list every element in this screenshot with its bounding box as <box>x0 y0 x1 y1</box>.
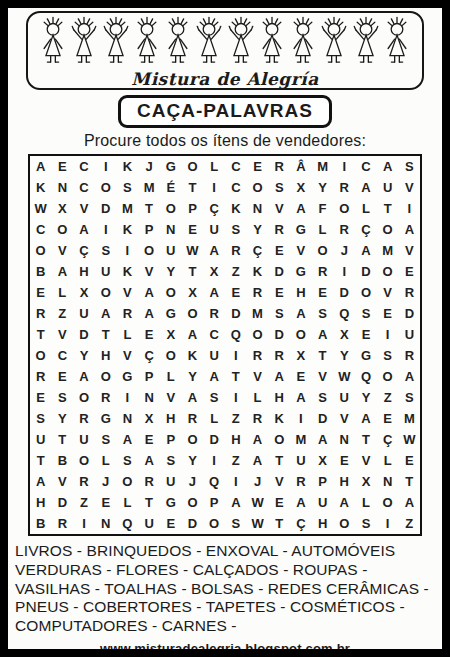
cell-r8c17[interactable]: E <box>377 303 399 324</box>
cell-r8c12[interactable]: S <box>268 303 290 324</box>
cell-r10c6[interactable]: Ç <box>138 345 160 366</box>
cell-r7c3[interactable]: X <box>73 282 95 303</box>
cell-r6c15[interactable]: I <box>333 261 355 282</box>
cell-r18c9[interactable]: O <box>203 513 225 534</box>
cell-r7c1[interactable]: E <box>30 282 52 303</box>
cell-r13c8[interactable]: R <box>182 408 204 429</box>
cell-r13c6[interactable]: X <box>138 408 160 429</box>
cell-r8c18[interactable]: D <box>399 303 421 324</box>
cell-r18c17[interactable]: I <box>377 513 399 534</box>
letter-grid[interactable]: AECIKJGOLCERÂMICASKNCOSMÉTICOSXYRAUVWXVD… <box>28 154 422 536</box>
cell-r15c5[interactable]: S <box>117 450 139 471</box>
cell-r3c17[interactable]: T <box>377 198 399 219</box>
cell-r11c11[interactable]: V <box>247 366 269 387</box>
cell-r2c5[interactable]: S <box>117 177 139 198</box>
cell-r15c11[interactable]: A <box>247 450 269 471</box>
cell-r15c2[interactable]: B <box>52 450 74 471</box>
cell-r2c1[interactable]: K <box>30 177 52 198</box>
cell-r16c18[interactable]: T <box>399 471 421 492</box>
cell-r4c3[interactable]: A <box>73 219 95 240</box>
cell-r7c18[interactable]: R <box>399 282 421 303</box>
cell-r8c13[interactable]: A <box>290 303 312 324</box>
cell-r7c16[interactable]: O <box>355 282 377 303</box>
cell-r16c10[interactable]: I <box>225 471 247 492</box>
cell-r2c11[interactable]: O <box>247 177 269 198</box>
cell-r15c17[interactable]: L <box>377 450 399 471</box>
cell-r2c7[interactable]: É <box>160 177 182 198</box>
cell-r17c17[interactable]: O <box>377 492 399 513</box>
cell-r10c2[interactable]: C <box>52 345 74 366</box>
cell-r3c4[interactable]: D <box>95 198 117 219</box>
cell-r3c8[interactable]: P <box>182 198 204 219</box>
cell-r12c9[interactable]: S <box>203 387 225 408</box>
cell-r8c8[interactable]: O <box>182 303 204 324</box>
cell-r9c3[interactable]: D <box>73 324 95 345</box>
cell-r6c8[interactable]: T <box>182 261 204 282</box>
cell-r5c9[interactable]: A <box>203 240 225 261</box>
cell-r5c16[interactable]: A <box>355 240 377 261</box>
cell-r11c5[interactable]: G <box>117 366 139 387</box>
cell-r11c7[interactable]: L <box>160 366 182 387</box>
cell-r17c1[interactable]: H <box>30 492 52 513</box>
cell-r8c14[interactable]: S <box>312 303 334 324</box>
cell-r9c13[interactable]: O <box>290 324 312 345</box>
cell-r2c3[interactable]: C <box>73 177 95 198</box>
cell-r18c8[interactable]: D <box>182 513 204 534</box>
cell-r16c8[interactable]: J <box>182 471 204 492</box>
cell-r12c1[interactable]: E <box>30 387 52 408</box>
cell-r12c2[interactable]: S <box>52 387 74 408</box>
cell-r4c12[interactable]: R <box>268 219 290 240</box>
cell-r13c1[interactable]: S <box>30 408 52 429</box>
cell-r2c16[interactable]: A <box>355 177 377 198</box>
cell-r17c11[interactable]: W <box>247 492 269 513</box>
cell-r13c16[interactable]: A <box>355 408 377 429</box>
cell-r13c17[interactable]: E <box>377 408 399 429</box>
cell-r4c2[interactable]: O <box>52 219 74 240</box>
cell-r3c13[interactable]: A <box>290 198 312 219</box>
cell-r18c12[interactable]: T <box>268 513 290 534</box>
cell-r6c11[interactable]: K <box>247 261 269 282</box>
cell-r2c2[interactable]: N <box>52 177 74 198</box>
cell-r16c16[interactable]: X <box>355 471 377 492</box>
cell-r2c8[interactable]: T <box>182 177 204 198</box>
cell-r18c6[interactable]: U <box>138 513 160 534</box>
cell-r14c18[interactable]: W <box>399 429 421 450</box>
cell-r3c12[interactable]: V <box>268 198 290 219</box>
cell-r8c7[interactable]: G <box>160 303 182 324</box>
cell-r4c6[interactable]: P <box>138 219 160 240</box>
cell-r11c13[interactable]: E <box>290 366 312 387</box>
cell-r13c3[interactable]: R <box>73 408 95 429</box>
cell-r3c5[interactable]: M <box>117 198 139 219</box>
cell-r6c7[interactable]: Y <box>160 261 182 282</box>
cell-r11c15[interactable]: W <box>333 366 355 387</box>
cell-r4c7[interactable]: N <box>160 219 182 240</box>
cell-r15c12[interactable]: T <box>268 450 290 471</box>
cell-r3c18[interactable]: I <box>399 198 421 219</box>
cell-r9c5[interactable]: L <box>117 324 139 345</box>
cell-r17c6[interactable]: T <box>138 492 160 513</box>
cell-r7c4[interactable]: O <box>95 282 117 303</box>
cell-r12c4[interactable]: R <box>95 387 117 408</box>
cell-r11c4[interactable]: O <box>95 366 117 387</box>
cell-r14c16[interactable]: T <box>355 429 377 450</box>
cell-r17c4[interactable]: E <box>95 492 117 513</box>
cell-r16c9[interactable]: Q <box>203 471 225 492</box>
cell-r5c6[interactable]: O <box>138 240 160 261</box>
cell-r2c4[interactable]: O <box>95 177 117 198</box>
cell-r18c13[interactable]: Ç <box>290 513 312 534</box>
cell-r1c1[interactable]: A <box>30 156 52 177</box>
cell-r1c10[interactable]: C <box>225 156 247 177</box>
cell-r1c16[interactable]: C <box>355 156 377 177</box>
cell-r1c11[interactable]: E <box>247 156 269 177</box>
cell-r5c10[interactable]: R <box>225 240 247 261</box>
cell-r15c13[interactable]: U <box>290 450 312 471</box>
cell-r17c8[interactable]: O <box>182 492 204 513</box>
cell-r8c16[interactable]: S <box>355 303 377 324</box>
cell-r13c2[interactable]: Y <box>52 408 74 429</box>
cell-r18c16[interactable]: S <box>355 513 377 534</box>
cell-r14c2[interactable]: T <box>52 429 74 450</box>
cell-r14c9[interactable]: D <box>203 429 225 450</box>
cell-r9c4[interactable]: T <box>95 324 117 345</box>
cell-r18c14[interactable]: H <box>312 513 334 534</box>
cell-r1c12[interactable]: R <box>268 156 290 177</box>
cell-r11c9[interactable]: A <box>203 366 225 387</box>
cell-r10c15[interactable]: Y <box>333 345 355 366</box>
cell-r9c2[interactable]: V <box>52 324 74 345</box>
cell-r9c9[interactable]: C <box>203 324 225 345</box>
cell-r10c11[interactable]: R <box>247 345 269 366</box>
cell-r15c8[interactable]: Y <box>182 450 204 471</box>
cell-r14c10[interactable]: H <box>225 429 247 450</box>
cell-r17c3[interactable]: Z <box>73 492 95 513</box>
cell-r9c15[interactable]: X <box>333 324 355 345</box>
cell-r12c12[interactable]: H <box>268 387 290 408</box>
cell-r1c9[interactable]: L <box>203 156 225 177</box>
cell-r3c15[interactable]: O <box>333 198 355 219</box>
cell-r12c16[interactable]: Y <box>355 387 377 408</box>
cell-r4c15[interactable]: R <box>333 219 355 240</box>
cell-r16c17[interactable]: N <box>377 471 399 492</box>
cell-r11c6[interactable]: P <box>138 366 160 387</box>
cell-r14c7[interactable]: P <box>160 429 182 450</box>
cell-r9c10[interactable]: Q <box>225 324 247 345</box>
cell-r5c2[interactable]: V <box>52 240 74 261</box>
cell-r9c6[interactable]: E <box>138 324 160 345</box>
cell-r3c10[interactable]: K <box>225 198 247 219</box>
cell-r18c5[interactable]: Q <box>117 513 139 534</box>
cell-r2c9[interactable]: I <box>203 177 225 198</box>
cell-r3c14[interactable]: F <box>312 198 334 219</box>
cell-r9c12[interactable]: D <box>268 324 290 345</box>
cell-r18c18[interactable]: Z <box>399 513 421 534</box>
cell-r2c14[interactable]: Y <box>312 177 334 198</box>
cell-r7c17[interactable]: V <box>377 282 399 303</box>
cell-r6c3[interactable]: H <box>73 261 95 282</box>
cell-r10c17[interactable]: S <box>377 345 399 366</box>
cell-r1c7[interactable]: G <box>160 156 182 177</box>
cell-r8c2[interactable]: Z <box>52 303 74 324</box>
cell-r10c18[interactable]: R <box>399 345 421 366</box>
cell-r7c5[interactable]: V <box>117 282 139 303</box>
cell-r14c15[interactable]: N <box>333 429 355 450</box>
cell-r2c15[interactable]: R <box>333 177 355 198</box>
cell-r9c8[interactable]: A <box>182 324 204 345</box>
cell-r10c16[interactable]: G <box>355 345 377 366</box>
cell-r13c7[interactable]: H <box>160 408 182 429</box>
cell-r1c15[interactable]: I <box>333 156 355 177</box>
cell-r12c10[interactable]: I <box>225 387 247 408</box>
cell-r15c6[interactable]: A <box>138 450 160 471</box>
cell-r1c13[interactable]: Â <box>290 156 312 177</box>
cell-r12c17[interactable]: Z <box>377 387 399 408</box>
cell-r8c3[interactable]: U <box>73 303 95 324</box>
cell-r7c14[interactable]: E <box>312 282 334 303</box>
cell-r17c7[interactable]: G <box>160 492 182 513</box>
cell-r1c14[interactable]: M <box>312 156 334 177</box>
cell-r6c2[interactable]: A <box>52 261 74 282</box>
cell-r3c3[interactable]: V <box>73 198 95 219</box>
cell-r13c14[interactable]: D <box>312 408 334 429</box>
cell-r16c6[interactable]: R <box>138 471 160 492</box>
cell-r11c12[interactable]: A <box>268 366 290 387</box>
cell-r5c18[interactable]: V <box>399 240 421 261</box>
cell-r3c16[interactable]: L <box>355 198 377 219</box>
cell-r16c7[interactable]: U <box>160 471 182 492</box>
cell-r17c15[interactable]: A <box>333 492 355 513</box>
cell-r15c4[interactable]: L <box>95 450 117 471</box>
cell-r18c2[interactable]: R <box>52 513 74 534</box>
cell-r6c4[interactable]: U <box>95 261 117 282</box>
cell-r8c6[interactable]: A <box>138 303 160 324</box>
cell-r12c15[interactable]: U <box>333 387 355 408</box>
cell-r5c13[interactable]: V <box>290 240 312 261</box>
cell-r16c4[interactable]: J <box>95 471 117 492</box>
cell-r14c11[interactable]: A <box>247 429 269 450</box>
cell-r12c8[interactable]: A <box>182 387 204 408</box>
cell-r9c7[interactable]: X <box>160 324 182 345</box>
cell-r15c10[interactable]: Z <box>225 450 247 471</box>
cell-r3c9[interactable]: Ç <box>203 198 225 219</box>
cell-r14c17[interactable]: Ç <box>377 429 399 450</box>
cell-r11c3[interactable]: A <box>73 366 95 387</box>
cell-r17c12[interactable]: E <box>268 492 290 513</box>
cell-r12c18[interactable]: S <box>399 387 421 408</box>
cell-r4c11[interactable]: Y <box>247 219 269 240</box>
cell-r10c14[interactable]: T <box>312 345 334 366</box>
cell-r16c2[interactable]: V <box>52 471 74 492</box>
cell-r15c16[interactable]: V <box>355 450 377 471</box>
cell-r3c11[interactable]: N <box>247 198 269 219</box>
cell-r5c7[interactable]: U <box>160 240 182 261</box>
cell-r8c9[interactable]: R <box>203 303 225 324</box>
cell-r10c8[interactable]: K <box>182 345 204 366</box>
cell-r15c9[interactable]: I <box>203 450 225 471</box>
cell-r12c3[interactable]: O <box>73 387 95 408</box>
cell-r7c10[interactable]: E <box>225 282 247 303</box>
cell-r11c14[interactable]: V <box>312 366 334 387</box>
cell-r5c15[interactable]: J <box>333 240 355 261</box>
cell-r14c5[interactable]: A <box>117 429 139 450</box>
cell-r8c4[interactable]: A <box>95 303 117 324</box>
cell-r6c9[interactable]: X <box>203 261 225 282</box>
cell-r17c5[interactable]: L <box>117 492 139 513</box>
cell-r17c14[interactable]: U <box>312 492 334 513</box>
cell-r5c4[interactable]: S <box>95 240 117 261</box>
cell-r9c16[interactable]: E <box>355 324 377 345</box>
cell-r7c13[interactable]: H <box>290 282 312 303</box>
cell-r6c5[interactable]: K <box>117 261 139 282</box>
cell-r18c4[interactable]: N <box>95 513 117 534</box>
cell-r18c7[interactable]: E <box>160 513 182 534</box>
cell-r16c3[interactable]: R <box>73 471 95 492</box>
cell-r14c14[interactable]: A <box>312 429 334 450</box>
cell-r3c1[interactable]: W <box>30 198 52 219</box>
cell-r4c5[interactable]: K <box>117 219 139 240</box>
cell-r5c8[interactable]: W <box>182 240 204 261</box>
cell-r9c1[interactable]: T <box>30 324 52 345</box>
cell-r8c1[interactable]: R <box>30 303 52 324</box>
cell-r7c9[interactable]: A <box>203 282 225 303</box>
cell-r6c12[interactable]: D <box>268 261 290 282</box>
cell-r13c5[interactable]: N <box>117 408 139 429</box>
cell-r18c1[interactable]: B <box>30 513 52 534</box>
cell-r18c3[interactable]: I <box>73 513 95 534</box>
cell-r14c3[interactable]: U <box>73 429 95 450</box>
cell-r7c7[interactable]: O <box>160 282 182 303</box>
cell-r1c3[interactable]: C <box>73 156 95 177</box>
cell-r14c4[interactable]: S <box>95 429 117 450</box>
cell-r8c15[interactable]: Q <box>333 303 355 324</box>
cell-r13c18[interactable]: M <box>399 408 421 429</box>
cell-r5c3[interactable]: Ç <box>73 240 95 261</box>
cell-r14c12[interactable]: O <box>268 429 290 450</box>
cell-r1c2[interactable]: E <box>52 156 74 177</box>
cell-r6c13[interactable]: G <box>290 261 312 282</box>
cell-r15c15[interactable]: E <box>333 450 355 471</box>
cell-r7c12[interactable]: E <box>268 282 290 303</box>
cell-r10c7[interactable]: O <box>160 345 182 366</box>
cell-r2c6[interactable]: M <box>138 177 160 198</box>
cell-r8c5[interactable]: R <box>117 303 139 324</box>
cell-r13c4[interactable]: G <box>95 408 117 429</box>
cell-r13c13[interactable]: I <box>290 408 312 429</box>
cell-r6c6[interactable]: V <box>138 261 160 282</box>
cell-r10c12[interactable]: R <box>268 345 290 366</box>
cell-r10c1[interactable]: O <box>30 345 52 366</box>
cell-r2c17[interactable]: U <box>377 177 399 198</box>
cell-r17c18[interactable]: A <box>399 492 421 513</box>
cell-r15c14[interactable]: X <box>312 450 334 471</box>
cell-r2c10[interactable]: C <box>225 177 247 198</box>
cell-r5c1[interactable]: O <box>30 240 52 261</box>
cell-r10c5[interactable]: V <box>117 345 139 366</box>
cell-r15c3[interactable]: O <box>73 450 95 471</box>
cell-r8c10[interactable]: D <box>225 303 247 324</box>
cell-r15c18[interactable]: E <box>399 450 421 471</box>
cell-r7c6[interactable]: A <box>138 282 160 303</box>
cell-r9c14[interactable]: A <box>312 324 334 345</box>
cell-r6c18[interactable]: E <box>399 261 421 282</box>
cell-r2c13[interactable]: X <box>290 177 312 198</box>
cell-r4c18[interactable]: A <box>399 219 421 240</box>
cell-r11c2[interactable]: E <box>52 366 74 387</box>
cell-r2c12[interactable]: S <box>268 177 290 198</box>
cell-r12c11[interactable]: L <box>247 387 269 408</box>
cell-r10c10[interactable]: I <box>225 345 247 366</box>
cell-r6c10[interactable]: Z <box>225 261 247 282</box>
cell-r4c8[interactable]: E <box>182 219 204 240</box>
cell-r11c17[interactable]: O <box>377 366 399 387</box>
cell-r6c1[interactable]: B <box>30 261 52 282</box>
cell-r13c11[interactable]: R <box>247 408 269 429</box>
cell-r4c4[interactable]: I <box>95 219 117 240</box>
cell-r18c11[interactable]: W <box>247 513 269 534</box>
cell-r12c14[interactable]: S <box>312 387 334 408</box>
cell-r10c4[interactable]: H <box>95 345 117 366</box>
cell-r12c6[interactable]: N <box>138 387 160 408</box>
cell-r6c16[interactable]: D <box>355 261 377 282</box>
cell-r4c16[interactable]: Ç <box>355 219 377 240</box>
cell-r7c8[interactable]: X <box>182 282 204 303</box>
cell-r6c17[interactable]: O <box>377 261 399 282</box>
cell-r1c18[interactable]: S <box>399 156 421 177</box>
cell-r11c10[interactable]: T <box>225 366 247 387</box>
cell-r1c4[interactable]: I <box>95 156 117 177</box>
cell-r11c1[interactable]: R <box>30 366 52 387</box>
cell-r15c1[interactable]: T <box>30 450 52 471</box>
cell-r16c12[interactable]: V <box>268 471 290 492</box>
cell-r8c11[interactable]: M <box>247 303 269 324</box>
cell-r16c14[interactable]: P <box>312 471 334 492</box>
cell-r4c1[interactable]: C <box>30 219 52 240</box>
cell-r4c17[interactable]: O <box>377 219 399 240</box>
cell-r13c15[interactable]: V <box>333 408 355 429</box>
cell-r4c9[interactable]: U <box>203 219 225 240</box>
cell-r18c10[interactable]: S <box>225 513 247 534</box>
cell-r12c5[interactable]: I <box>117 387 139 408</box>
cell-r5c5[interactable]: I <box>117 240 139 261</box>
cell-r17c16[interactable]: L <box>355 492 377 513</box>
cell-r17c9[interactable]: P <box>203 492 225 513</box>
cell-r16c13[interactable]: R <box>290 471 312 492</box>
cell-r6c14[interactable]: R <box>312 261 334 282</box>
cell-r14c1[interactable]: U <box>30 429 52 450</box>
cell-r16c15[interactable]: H <box>333 471 355 492</box>
cell-r11c16[interactable]: Q <box>355 366 377 387</box>
cell-r17c2[interactable]: D <box>52 492 74 513</box>
cell-r5c17[interactable]: M <box>377 240 399 261</box>
cell-r1c8[interactable]: O <box>182 156 204 177</box>
cell-r17c13[interactable]: A <box>290 492 312 513</box>
cell-r9c11[interactable]: O <box>247 324 269 345</box>
cell-r1c17[interactable]: A <box>377 156 399 177</box>
cell-r10c9[interactable]: U <box>203 345 225 366</box>
cell-r5c14[interactable]: O <box>312 240 334 261</box>
cell-r1c6[interactable]: J <box>138 156 160 177</box>
cell-r2c18[interactable]: V <box>399 177 421 198</box>
cell-r1c5[interactable]: K <box>117 156 139 177</box>
cell-r7c2[interactable]: L <box>52 282 74 303</box>
cell-r4c10[interactable]: S <box>225 219 247 240</box>
cell-r11c18[interactable]: A <box>399 366 421 387</box>
cell-r13c9[interactable]: L <box>203 408 225 429</box>
cell-r16c5[interactable]: O <box>117 471 139 492</box>
cell-r9c18[interactable]: U <box>399 324 421 345</box>
